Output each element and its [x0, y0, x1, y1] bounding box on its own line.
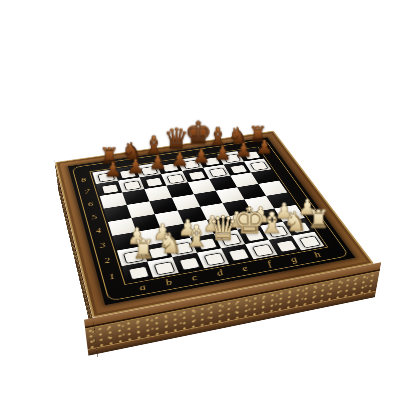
rank-label-5: 5 — [85, 209, 104, 225]
black-pawn-g7: ♟ — [235, 141, 252, 160]
product-photo-scene: 87654321 abcdefgh ♜♞♝♛♚♝♞♜♟♟♟♟♟♟♟♟♟♟♟♟♟♟… — [0, 0, 400, 400]
piece-pad-b7 — [123, 181, 141, 191]
piece-pad-a7 — [101, 184, 119, 194]
rank-label-6: 6 — [81, 197, 100, 212]
black-pawn-h7: ♟ — [256, 138, 273, 157]
black-pawn-f7: ♟ — [214, 144, 231, 163]
piece-pad-d1 — [204, 253, 226, 266]
white-rook-h1: ♜ — [307, 207, 329, 232]
white-knight-b1: ♞ — [158, 229, 183, 257]
piece-pad-g7 — [229, 164, 248, 173]
black-pawn-e7: ♟ — [193, 147, 210, 166]
piece-pad-e1 — [228, 248, 250, 261]
piece-pad-b1 — [154, 261, 176, 275]
white-queen-d1: ♛ — [208, 211, 238, 245]
white-bishop-c1: ♝ — [183, 221, 210, 251]
piece-pad-c7 — [145, 177, 163, 187]
piece-pad-d7 — [167, 174, 185, 184]
black-pawn-b7: ♟ — [127, 157, 144, 176]
black-pawn-a7: ♟ — [104, 160, 121, 179]
piece-pad-h7 — [250, 161, 269, 170]
rank-label-8: 8 — [75, 173, 93, 187]
white-knight-g1: ♞ — [283, 208, 307, 235]
piece-pad-f1 — [252, 244, 274, 257]
piece-pad-h1 — [299, 236, 321, 248]
piece-pad-c1 — [179, 257, 201, 271]
black-pawn-d7: ♟ — [171, 150, 188, 169]
piece-pad-e7 — [188, 171, 207, 181]
piece-pad-f7 — [209, 168, 228, 178]
piece-pad-a1 — [128, 266, 150, 280]
chess-box: 87654321 abcdefgh ♜♞♝♛♚♝♞♜♟♟♟♟♟♟♟♟♟♟♟♟♟♟… — [55, 131, 374, 318]
white-rook-a1: ♜ — [132, 236, 155, 262]
piece-pad-g1 — [276, 240, 298, 253]
rank-label-1: 1 — [101, 267, 123, 287]
black-pawn-c7: ♟ — [149, 154, 166, 173]
